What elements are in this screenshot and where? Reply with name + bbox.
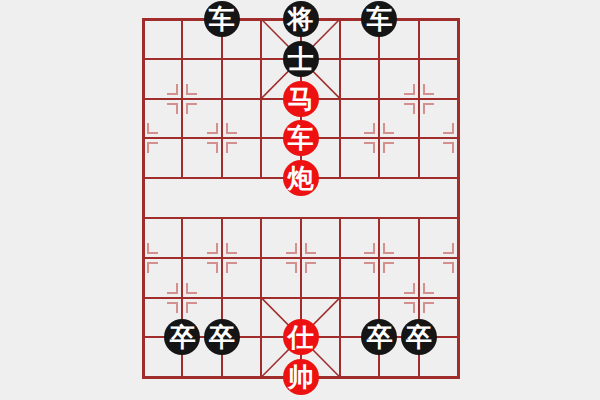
position-marker [226, 142, 237, 153]
board-grid-line [378, 18, 380, 179]
board-grid-line [181, 18, 183, 179]
position-marker [186, 103, 197, 114]
board-grid-line [339, 217, 341, 378]
position-marker [207, 243, 218, 254]
position-marker [226, 243, 237, 254]
piece-red-horse[interactable]: 马 [283, 81, 319, 117]
xiangqi-board: 车将车士马车炮卒卒仕卒卒帅 [0, 0, 600, 400]
board-grid-line [260, 18, 262, 179]
position-marker [147, 142, 158, 153]
piece-black-chariot[interactable]: 车 [361, 1, 397, 37]
position-marker [364, 243, 375, 254]
board-grid-line [418, 18, 420, 179]
position-marker [147, 243, 158, 254]
piece-black-soldier[interactable]: 卒 [401, 319, 437, 355]
position-marker [286, 243, 297, 254]
position-marker [443, 142, 454, 153]
position-marker [226, 262, 237, 273]
board-grid-line [339, 18, 341, 179]
position-marker [443, 243, 454, 254]
piece-red-general[interactable]: 帅 [283, 359, 319, 395]
position-marker [383, 243, 394, 254]
position-marker [404, 302, 415, 313]
position-marker [423, 283, 434, 294]
position-marker [305, 262, 316, 273]
board-grid-line [260, 217, 262, 378]
position-marker [443, 123, 454, 134]
position-marker [404, 283, 415, 294]
position-marker [404, 103, 415, 114]
position-marker [167, 302, 178, 313]
position-marker [305, 243, 316, 254]
position-marker [186, 302, 197, 313]
piece-black-advisor[interactable]: 士 [283, 41, 319, 77]
piece-red-cannon[interactable]: 炮 [283, 160, 319, 196]
position-marker [167, 84, 178, 95]
position-marker [404, 84, 415, 95]
diagram-stage: 车将车士马车炮卒卒仕卒卒帅 [0, 0, 600, 400]
position-marker [364, 142, 375, 153]
position-marker [207, 142, 218, 153]
position-marker [423, 103, 434, 114]
position-marker [383, 123, 394, 134]
position-marker [423, 84, 434, 95]
position-marker [207, 123, 218, 134]
piece-black-soldier[interactable]: 卒 [164, 319, 200, 355]
position-marker [207, 262, 218, 273]
piece-black-chariot[interactable]: 车 [204, 1, 240, 37]
position-marker [383, 262, 394, 273]
piece-black-soldier[interactable]: 卒 [204, 319, 240, 355]
piece-red-advisor[interactable]: 仕 [283, 319, 319, 355]
position-marker [186, 283, 197, 294]
board-grid-line [142, 18, 145, 379]
board-grid-line [221, 18, 223, 179]
position-marker [167, 283, 178, 294]
position-marker [186, 84, 197, 95]
piece-red-chariot[interactable]: 车 [283, 120, 319, 156]
position-marker [226, 123, 237, 134]
position-marker [147, 262, 158, 273]
piece-black-soldier[interactable]: 卒 [361, 319, 397, 355]
position-marker [423, 302, 434, 313]
position-marker [167, 103, 178, 114]
position-marker [383, 142, 394, 153]
position-marker [364, 262, 375, 273]
position-marker [147, 123, 158, 134]
piece-black-general[interactable]: 将 [283, 1, 319, 37]
position-marker [364, 123, 375, 134]
position-marker [286, 262, 297, 273]
board-grid-line [457, 18, 460, 379]
position-marker [443, 262, 454, 273]
